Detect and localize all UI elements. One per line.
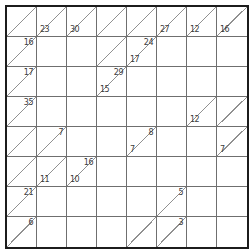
down-clue: 12	[190, 26, 199, 34]
cell-r6c2: 11	[37, 157, 67, 187]
cell-r5c1	[7, 127, 37, 157]
across-clue: 8	[148, 129, 153, 137]
cell-r5c5: 78	[127, 127, 157, 157]
cell-r6c4[interactable]	[97, 157, 127, 187]
cell-r2c7[interactable]	[187, 37, 217, 67]
cell-r7c4[interactable]	[97, 187, 127, 217]
cell-r8c5	[127, 217, 157, 247]
cell-r2c2[interactable]	[37, 37, 67, 67]
cell-r4c6[interactable]	[157, 97, 187, 127]
cell-r2c5: 1724	[127, 37, 157, 67]
cell-r6c6[interactable]	[157, 157, 187, 187]
cell-r7c3[interactable]	[67, 187, 97, 217]
across-clue: 24	[144, 39, 153, 47]
cell-r3c5[interactable]	[127, 67, 157, 97]
cell-r1c2: 23	[37, 7, 67, 37]
cell-r6c8[interactable]	[217, 157, 247, 187]
cell-r7c1: 21	[7, 187, 37, 217]
cell-r3c1: 17	[7, 67, 37, 97]
across-clue: 6	[28, 219, 33, 227]
cell-r2c1: 16	[7, 37, 37, 67]
cell-r5c4[interactable]	[97, 127, 127, 157]
cell-r8c6: 3	[157, 217, 187, 247]
cell-r1c1	[7, 7, 37, 37]
across-clue: 5	[178, 189, 183, 197]
cell-r4c2[interactable]	[37, 97, 67, 127]
cell-r3c6[interactable]	[157, 67, 187, 97]
kakuro-board: 2330271216161724171529351277871110162156…	[5, 5, 249, 249]
cell-r6c3: 1016	[67, 157, 97, 187]
cell-r5c2: 7	[37, 127, 67, 157]
cell-r1c8: 16	[217, 7, 247, 37]
across-clue: 29	[114, 69, 123, 77]
cell-r7c8[interactable]	[217, 187, 247, 217]
down-clue: 12	[190, 116, 199, 124]
cell-r7c6: 5	[157, 187, 187, 217]
down-clue: 7	[130, 146, 135, 154]
down-clue: 17	[130, 56, 139, 64]
down-clue: 30	[70, 26, 79, 34]
cell-r5c3[interactable]	[67, 127, 97, 157]
across-clue: 21	[24, 189, 33, 197]
across-clue: 7	[58, 129, 63, 137]
cell-r3c8[interactable]	[217, 67, 247, 97]
down-clue: 15	[100, 86, 109, 94]
cell-r3c4: 1529	[97, 67, 127, 97]
cell-r1c7: 12	[187, 7, 217, 37]
cell-r8c4[interactable]	[97, 217, 127, 247]
across-clue: 16	[84, 159, 93, 167]
cell-r6c7[interactable]	[187, 157, 217, 187]
cell-r5c7[interactable]	[187, 127, 217, 157]
cell-r1c4	[97, 7, 127, 37]
down-clue: 27	[160, 26, 169, 34]
down-clue: 7	[220, 146, 225, 154]
cell-r5c6[interactable]	[157, 127, 187, 157]
cell-r4c7: 12	[187, 97, 217, 127]
across-clue: 35	[24, 99, 33, 107]
cell-r6c1	[7, 157, 37, 187]
cell-r8c3[interactable]	[67, 217, 97, 247]
across-clue: 3	[178, 219, 183, 227]
cell-r8c7[interactable]	[187, 217, 217, 247]
cell-r2c4	[97, 37, 127, 67]
cell-r5c8: 7	[217, 127, 247, 157]
cell-r2c8[interactable]	[217, 37, 247, 67]
cell-r1c3: 30	[67, 7, 97, 37]
cell-r1c6: 27	[157, 7, 187, 37]
down-clue: 10	[70, 176, 79, 184]
down-clue: 23	[40, 26, 49, 34]
down-clue: 16	[220, 26, 229, 34]
across-clue: 17	[24, 69, 33, 77]
cell-r8c1: 6	[7, 217, 37, 247]
cell-r4c5[interactable]	[127, 97, 157, 127]
cell-r3c2[interactable]	[37, 67, 67, 97]
cell-r7c7[interactable]	[187, 187, 217, 217]
cell-r8c8[interactable]	[217, 217, 247, 247]
cell-r7c2[interactable]	[37, 187, 67, 217]
cell-r4c8	[217, 97, 247, 127]
cell-r2c3[interactable]	[67, 37, 97, 67]
cell-r3c3[interactable]	[67, 67, 97, 97]
cell-r1c5	[127, 7, 157, 37]
cell-r4c3[interactable]	[67, 97, 97, 127]
cell-r7c5[interactable]	[127, 187, 157, 217]
cell-r4c1: 35	[7, 97, 37, 127]
cell-r4c4[interactable]	[97, 97, 127, 127]
across-clue: 16	[24, 39, 33, 47]
down-clue: 11	[40, 176, 49, 184]
cell-r6c5[interactable]	[127, 157, 157, 187]
cell-r3c7[interactable]	[187, 67, 217, 97]
cell-r2c6[interactable]	[157, 37, 187, 67]
cell-r8c2[interactable]	[37, 217, 67, 247]
